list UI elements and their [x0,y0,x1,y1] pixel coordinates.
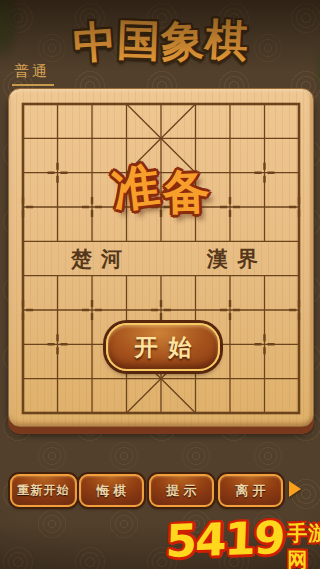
river-label-chu: 楚河 [70,247,131,271]
title-char: 中 [71,17,117,68]
ready-char: 备 [162,160,211,225]
undo-button-label: 悔棋 [97,482,131,500]
river-label-han: 漢界 [206,247,267,271]
watermark-site-number: 5419 [165,514,284,566]
ready-char: 准 [109,154,163,222]
title-char: 棋 [203,15,248,65]
start-button[interactable]: 开始 [106,323,220,371]
title-char: 国 [116,15,161,64]
restart-button[interactable]: 重新开始 [10,474,77,507]
watermark-logo: 5419 手游网 .com.cn [166,516,320,569]
ready-overlay: 准 备 [113,157,210,220]
xiangqi-board[interactable]: 楚河 漢界 准 备 开始 [8,88,314,427]
mode-tab-normal[interactable]: 普通 [12,62,54,86]
xiangqi-board-grid: 楚河 漢界 [9,89,313,426]
app-title: 中 国 象 棋 [0,16,320,64]
hint-button-label: 提示 [167,482,201,500]
undo-button[interactable]: 悔棋 [79,474,144,507]
title-char: 象 [160,16,205,65]
restart-button-label: 重新开始 [18,482,70,499]
leave-button-label: 离开 [236,482,270,500]
hint-button[interactable]: 提示 [149,474,214,507]
leave-button[interactable]: 离开 [218,474,283,507]
start-button-label: 开始 [135,332,203,363]
more-arrow-icon[interactable] [289,481,301,497]
watermark-site-name: 手游网 [287,520,320,569]
